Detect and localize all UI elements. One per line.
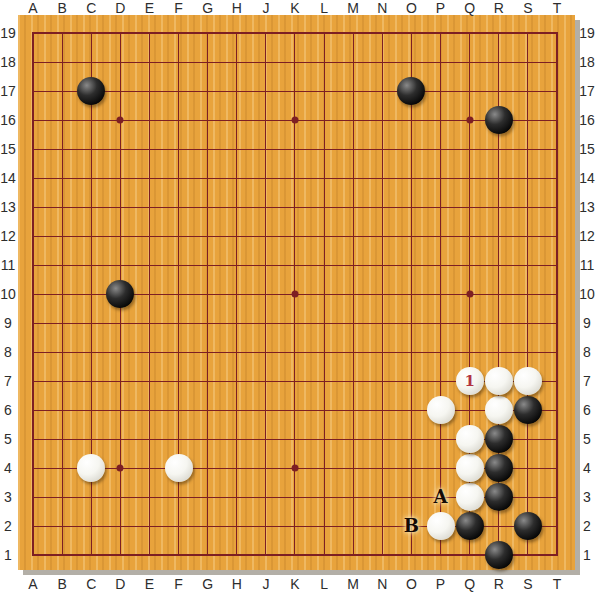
- row-label-left-10: 10: [0, 286, 16, 302]
- row-label-left-2: 2: [4, 518, 12, 534]
- row-label-left-9: 9: [4, 315, 12, 331]
- row-label-right-17: 17: [579, 83, 595, 99]
- col-label-top-M: M: [347, 0, 359, 16]
- col-label-top-B: B: [57, 0, 66, 16]
- black-stone-O17: [397, 77, 425, 105]
- grid-vline: [324, 33, 325, 555]
- col-label-top-H: H: [232, 0, 242, 16]
- white-stone-P6: [427, 396, 455, 424]
- row-label-right-3: 3: [583, 489, 591, 505]
- row-label-left-8: 8: [4, 344, 12, 360]
- grid-hline: [33, 207, 557, 208]
- row-label-left-3: 3: [4, 489, 12, 505]
- col-label-top-D: D: [115, 0, 125, 16]
- grid-vline: [353, 33, 354, 555]
- letter-mark-A: A: [434, 488, 448, 506]
- white-stone-Q7: 1: [456, 367, 484, 395]
- col-label-bottom-S: S: [523, 576, 532, 592]
- row-label-right-9: 9: [583, 315, 591, 331]
- col-label-top-O: O: [406, 0, 417, 16]
- row-label-left-14: 14: [0, 170, 16, 186]
- grid-hline: [33, 352, 557, 353]
- col-label-top-S: S: [523, 0, 532, 16]
- row-label-right-5: 5: [583, 431, 591, 447]
- col-label-bottom-G: G: [202, 576, 213, 592]
- row-label-left-13: 13: [0, 199, 16, 215]
- row-label-right-10: 10: [579, 286, 595, 302]
- col-label-bottom-A: A: [28, 576, 37, 592]
- grid-hline: [33, 178, 557, 179]
- col-label-bottom-E: E: [145, 576, 154, 592]
- col-label-top-K: K: [290, 0, 299, 16]
- row-label-left-19: 19: [0, 25, 16, 41]
- row-label-left-1: 1: [4, 547, 12, 563]
- col-label-bottom-L: L: [320, 576, 328, 592]
- black-stone-S2: [514, 512, 542, 540]
- row-label-right-18: 18: [579, 54, 595, 70]
- white-stone-S7: [514, 367, 542, 395]
- grid-vline: [207, 33, 208, 555]
- row-label-right-6: 6: [583, 402, 591, 418]
- col-label-bottom-K: K: [290, 576, 299, 592]
- go-board: 1AB: [18, 15, 575, 570]
- grid-vline: [149, 33, 150, 555]
- star-point-K10: [291, 291, 298, 298]
- black-stone-D10: [106, 280, 134, 308]
- col-label-bottom-Q: Q: [464, 576, 475, 592]
- grid-hline: [33, 410, 557, 411]
- col-label-top-Q: Q: [464, 0, 475, 16]
- col-label-top-P: P: [436, 0, 445, 16]
- col-label-top-A: A: [28, 0, 37, 16]
- col-label-bottom-C: C: [86, 576, 96, 592]
- black-stone-R4: [485, 454, 513, 482]
- grid-vline: [440, 33, 441, 555]
- grid-hline: [33, 236, 557, 237]
- grid-hline: [33, 62, 557, 63]
- white-stone-Q4: [456, 454, 484, 482]
- row-label-left-17: 17: [0, 83, 16, 99]
- row-label-left-11: 11: [1, 257, 16, 273]
- col-label-bottom-O: O: [406, 576, 417, 592]
- row-label-right-1: 1: [583, 547, 591, 563]
- row-label-left-18: 18: [0, 54, 16, 70]
- row-label-left-15: 15: [0, 141, 16, 157]
- star-point-Q10: [466, 291, 473, 298]
- row-label-right-4: 4: [583, 460, 591, 476]
- letter-mark-B: B: [404, 517, 419, 535]
- grid-vline: [411, 33, 412, 555]
- row-label-right-13: 13: [579, 199, 595, 215]
- col-label-top-G: G: [202, 0, 213, 16]
- row-label-left-7: 7: [4, 373, 12, 389]
- col-label-top-C: C: [86, 0, 96, 16]
- black-stone-R1: [485, 541, 513, 569]
- row-label-left-4: 4: [4, 460, 12, 476]
- col-label-bottom-H: H: [232, 576, 242, 592]
- col-label-bottom-J: J: [262, 576, 269, 592]
- white-stone-C4: [77, 454, 105, 482]
- row-label-right-7: 7: [583, 373, 591, 389]
- grid-hline: [33, 149, 557, 150]
- row-label-left-16: 16: [0, 112, 16, 128]
- black-stone-S6: [514, 396, 542, 424]
- col-label-bottom-R: R: [494, 576, 504, 592]
- move-number-1: 1: [464, 374, 474, 389]
- row-label-right-11: 11: [580, 257, 595, 273]
- col-label-bottom-M: M: [347, 576, 359, 592]
- star-point-D4: [117, 465, 124, 472]
- row-label-right-14: 14: [579, 170, 595, 186]
- grid-vline: [236, 33, 237, 555]
- col-label-bottom-B: B: [57, 576, 66, 592]
- col-label-top-N: N: [377, 0, 387, 16]
- col-label-top-F: F: [174, 0, 183, 16]
- go-diagram-page: 1AB AABBCCDDEEFFGGHHJJKKLLMMNNOOPPQQRRSS…: [0, 0, 599, 596]
- black-stone-R3: [485, 483, 513, 511]
- col-label-bottom-P: P: [436, 576, 445, 592]
- grid-vline: [62, 33, 63, 555]
- col-label-top-R: R: [494, 0, 504, 16]
- col-label-top-T: T: [553, 0, 562, 16]
- row-label-left-12: 12: [0, 228, 16, 244]
- white-stone-Q5: [456, 425, 484, 453]
- star-point-D16: [117, 117, 124, 124]
- row-label-right-15: 15: [579, 141, 595, 157]
- row-label-left-5: 5: [4, 431, 12, 447]
- star-point-K4: [291, 465, 298, 472]
- col-label-bottom-N: N: [377, 576, 387, 592]
- col-label-bottom-T: T: [553, 576, 562, 592]
- col-label-bottom-F: F: [174, 576, 183, 592]
- row-label-right-2: 2: [583, 518, 591, 534]
- row-label-right-19: 19: [579, 25, 595, 41]
- black-stone-Q2: [456, 512, 484, 540]
- grid-vline: [265, 33, 266, 555]
- black-stone-R16: [485, 106, 513, 134]
- white-stone-R6: [485, 396, 513, 424]
- black-stone-C17: [77, 77, 105, 105]
- black-stone-R5: [485, 425, 513, 453]
- white-stone-F4: [165, 454, 193, 482]
- col-label-top-J: J: [262, 0, 269, 16]
- row-label-right-8: 8: [583, 344, 591, 360]
- col-label-top-L: L: [320, 0, 328, 16]
- row-label-right-16: 16: [579, 112, 595, 128]
- col-label-top-E: E: [145, 0, 154, 16]
- col-label-bottom-D: D: [115, 576, 125, 592]
- white-stone-R7: [485, 367, 513, 395]
- star-point-Q16: [466, 117, 473, 124]
- row-label-right-12: 12: [579, 228, 595, 244]
- grid-vline: [382, 33, 383, 555]
- row-label-left-6: 6: [4, 402, 12, 418]
- grid-vline: [527, 33, 528, 555]
- grid-hline: [33, 91, 557, 92]
- white-stone-Q3: [456, 483, 484, 511]
- star-point-K16: [291, 117, 298, 124]
- grid-hline: [33, 265, 557, 266]
- grid-hline: [33, 323, 557, 324]
- white-stone-P2: [427, 512, 455, 540]
